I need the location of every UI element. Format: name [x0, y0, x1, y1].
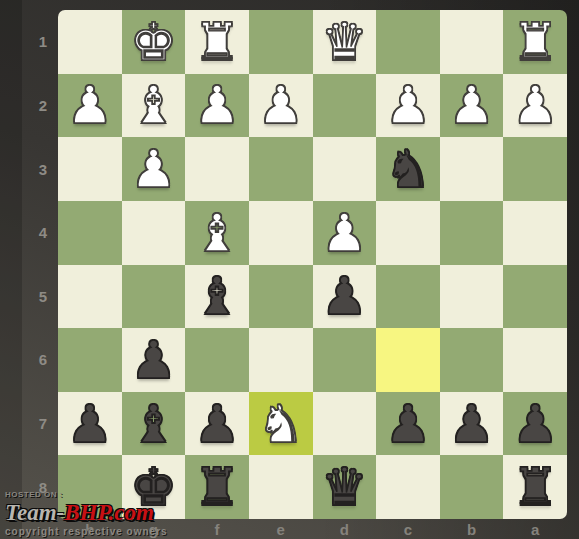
square-a7[interactable]: ♟ [503, 392, 567, 456]
black-bishop-f5[interactable]: ♝ [194, 265, 241, 327]
square-e2[interactable]: ♟ [249, 74, 313, 138]
watermark-brand-red: BHP.com [64, 500, 154, 525]
black-rook-f8[interactable]: ♜ [194, 456, 241, 518]
square-e3[interactable] [249, 137, 313, 201]
square-e4[interactable] [249, 201, 313, 265]
square-d8[interactable]: ♛ [313, 455, 377, 519]
square-c4[interactable] [376, 201, 440, 265]
square-b2[interactable]: ♟ [440, 74, 504, 138]
square-f4[interactable]: ♝ [185, 201, 249, 265]
square-f5[interactable]: ♝ [185, 265, 249, 329]
square-a4[interactable] [503, 201, 567, 265]
rank-label-1: 1 [0, 10, 58, 74]
watermark-copyright-text: copyright respective owners [5, 527, 168, 537]
white-rook-f1[interactable]: ♜ [194, 11, 241, 73]
square-b3[interactable] [440, 137, 504, 201]
square-c2[interactable]: ♟ [376, 74, 440, 138]
rank-label-7: 7 [0, 392, 58, 456]
black-rook-a8[interactable]: ♜ [512, 456, 559, 518]
rank-label-4: 4 [0, 201, 58, 265]
square-f3[interactable] [185, 137, 249, 201]
square-e5[interactable] [249, 265, 313, 329]
file-label-e: e [249, 518, 313, 539]
white-pawn-h2[interactable]: ♟ [67, 74, 114, 136]
square-c6[interactable] [376, 328, 440, 392]
square-h4[interactable] [58, 201, 122, 265]
black-pawn-c7[interactable]: ♟ [385, 393, 432, 455]
white-rook-a1[interactable]: ♜ [512, 11, 559, 73]
black-pawn-g6[interactable]: ♟ [130, 329, 177, 391]
square-g1[interactable]: ♚ [122, 10, 186, 74]
square-d3[interactable] [313, 137, 377, 201]
square-h1[interactable] [58, 10, 122, 74]
square-f7[interactable]: ♟ [185, 392, 249, 456]
square-g6[interactable]: ♟ [122, 328, 186, 392]
square-g2[interactable]: ♝ [122, 74, 186, 138]
watermark-hosted-text: HOSTED ON : [5, 491, 168, 499]
black-pawn-f7[interactable]: ♟ [194, 393, 241, 455]
watermark: HOSTED ON : Team-BHP.com copyright respe… [5, 491, 168, 537]
white-pawn-d4[interactable]: ♟ [321, 202, 368, 264]
file-label-f: f [185, 518, 249, 539]
square-e1[interactable] [249, 10, 313, 74]
white-pawn-e2[interactable]: ♟ [257, 74, 304, 136]
chess-board[interactable]: ♚♜♛♜♟♝♟♟♟♟♟♟♞♝♟♝♟♟♟♝♟♞♟♟♟♚♜♛♜ [58, 10, 567, 519]
square-a8[interactable]: ♜ [503, 455, 567, 519]
black-bishop-g7[interactable]: ♝ [130, 393, 177, 455]
square-h2[interactable]: ♟ [58, 74, 122, 138]
square-c5[interactable] [376, 265, 440, 329]
square-d6[interactable] [313, 328, 377, 392]
white-pawn-b2[interactable]: ♟ [448, 74, 495, 136]
square-h5[interactable] [58, 265, 122, 329]
white-pawn-c2[interactable]: ♟ [385, 74, 432, 136]
square-d4[interactable]: ♟ [313, 201, 377, 265]
square-d5[interactable]: ♟ [313, 265, 377, 329]
file-label-c: c [376, 518, 440, 539]
white-pawn-g3[interactable]: ♟ [130, 138, 177, 200]
square-c1[interactable] [376, 10, 440, 74]
square-a6[interactable] [503, 328, 567, 392]
white-pawn-a2[interactable]: ♟ [512, 74, 559, 136]
square-h7[interactable]: ♟ [58, 392, 122, 456]
watermark-brand-gray: Team- [5, 500, 64, 525]
square-e6[interactable] [249, 328, 313, 392]
square-b6[interactable] [440, 328, 504, 392]
square-a1[interactable]: ♜ [503, 10, 567, 74]
square-f2[interactable]: ♟ [185, 74, 249, 138]
black-queen-d8[interactable]: ♛ [321, 456, 368, 518]
square-b1[interactable] [440, 10, 504, 74]
square-a2[interactable]: ♟ [503, 74, 567, 138]
black-knight-c3[interactable]: ♞ [385, 138, 432, 200]
square-a5[interactable] [503, 265, 567, 329]
square-g3[interactable]: ♟ [122, 137, 186, 201]
rank-label-5: 5 [0, 265, 58, 329]
square-e7[interactable]: ♞ [249, 392, 313, 456]
square-g7[interactable]: ♝ [122, 392, 186, 456]
square-d1[interactable]: ♛ [313, 10, 377, 74]
white-bishop-f4[interactable]: ♝ [194, 202, 241, 264]
square-b7[interactable]: ♟ [440, 392, 504, 456]
square-b8[interactable] [440, 455, 504, 519]
square-b5[interactable] [440, 265, 504, 329]
rank-label-2: 2 [0, 74, 58, 138]
white-knight-e7[interactable]: ♞ [257, 393, 304, 455]
square-d7[interactable] [313, 392, 377, 456]
black-pawn-a7[interactable]: ♟ [512, 393, 559, 455]
square-c8[interactable] [376, 455, 440, 519]
square-f1[interactable]: ♜ [185, 10, 249, 74]
page-background: { "game": "chess", "board_theme": "green… [0, 0, 579, 539]
square-e8[interactable] [249, 455, 313, 519]
square-b4[interactable] [440, 201, 504, 265]
rank-label-3: 3 [0, 137, 58, 201]
square-d2[interactable] [313, 74, 377, 138]
square-h3[interactable] [58, 137, 122, 201]
black-pawn-d5[interactable]: ♟ [321, 265, 368, 327]
white-queen-d1[interactable]: ♛ [321, 11, 368, 73]
file-label-d: d [313, 518, 377, 539]
file-label-b: b [440, 518, 504, 539]
watermark-brand: Team-BHP.com [5, 501, 168, 524]
square-f8[interactable]: ♜ [185, 455, 249, 519]
white-king-g1[interactable]: ♚ [130, 11, 177, 73]
square-c7[interactable]: ♟ [376, 392, 440, 456]
square-f6[interactable] [185, 328, 249, 392]
rank-labels: 12345678 [0, 10, 58, 519]
file-label-a: a [503, 518, 567, 539]
square-c3[interactable]: ♞ [376, 137, 440, 201]
black-pawn-h7[interactable]: ♟ [67, 393, 114, 455]
white-pawn-f2[interactable]: ♟ [194, 74, 241, 136]
square-g4[interactable] [122, 201, 186, 265]
square-h6[interactable] [58, 328, 122, 392]
rank-label-6: 6 [0, 328, 58, 392]
white-bishop-g2[interactable]: ♝ [130, 74, 177, 136]
square-g5[interactable] [122, 265, 186, 329]
square-a3[interactable] [503, 137, 567, 201]
black-pawn-b7[interactable]: ♟ [448, 393, 495, 455]
